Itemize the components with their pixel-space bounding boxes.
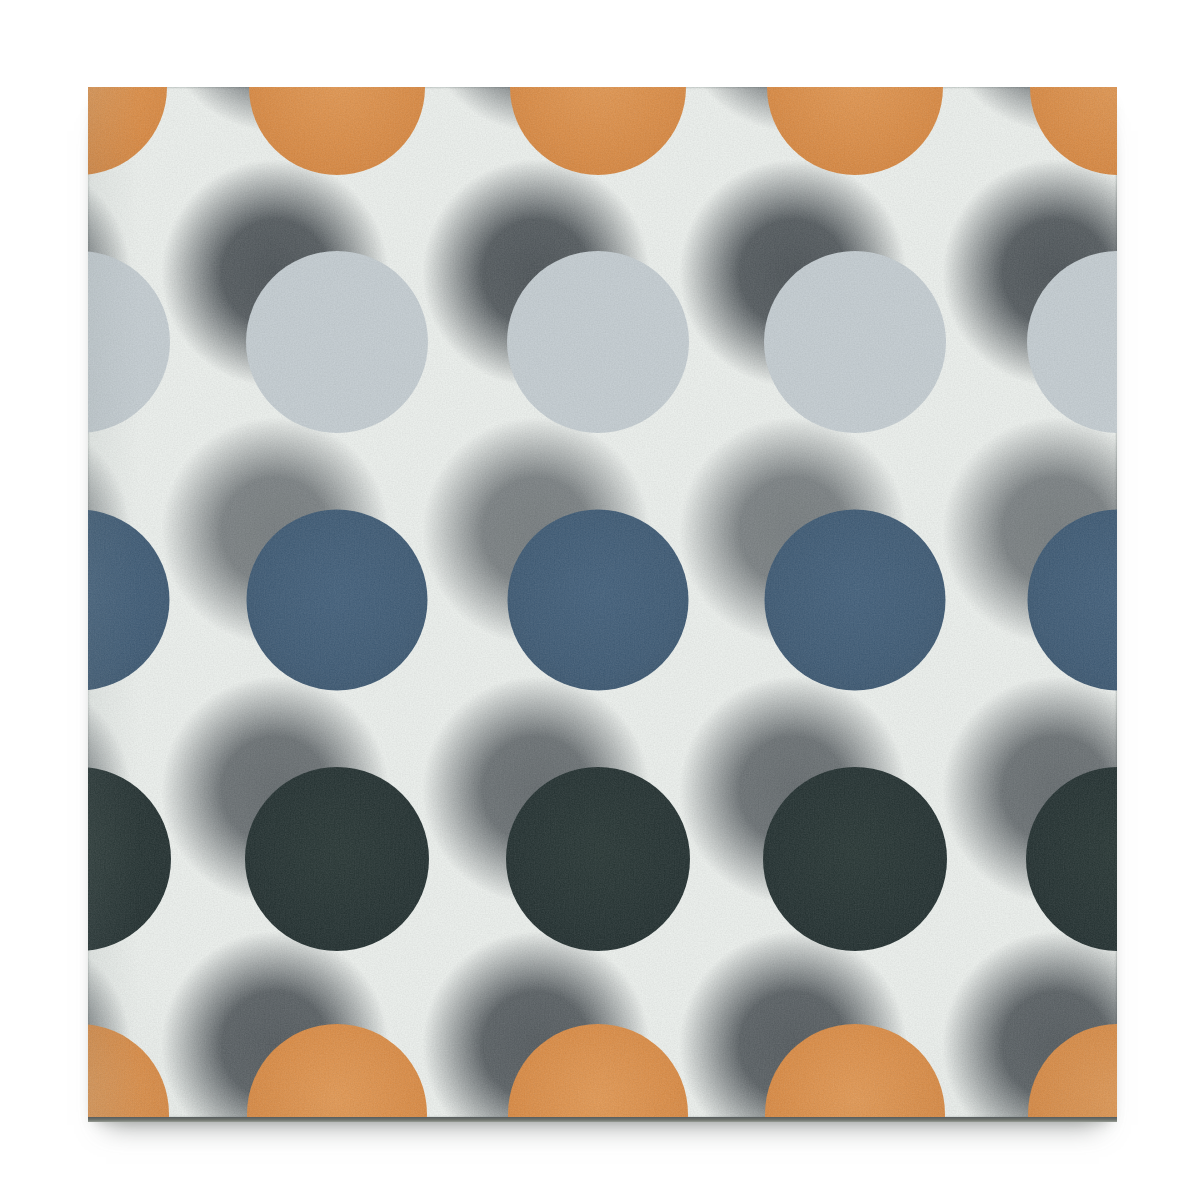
- dot-ink-r3-c2: [506, 767, 690, 951]
- dot-copper-r0-c3: [767, 87, 943, 175]
- dot-denim-r2-c1: [247, 510, 428, 691]
- dot-ink-r3-c0: [88, 767, 171, 951]
- dot-copper-r4-c1: [247, 1024, 427, 1117]
- cement-tile: [88, 87, 1117, 1117]
- dot-copper-r4-c4: [1028, 1024, 1117, 1117]
- dot-mist-r1-c1: [246, 251, 428, 433]
- dot-ink-r3-c4: [1026, 767, 1117, 951]
- dot-ink-r3-c3: [763, 767, 947, 951]
- tile-face: [88, 87, 1117, 1117]
- dot-denim-r2-c4: [1028, 510, 1118, 691]
- dot-mist-r1-c0: [88, 251, 170, 433]
- dot-ink-r3-c1: [245, 767, 429, 951]
- photo-stage: [0, 0, 1200, 1200]
- dot-mist-r1-c2: [507, 251, 689, 433]
- dot-copper-r4-c3: [765, 1024, 945, 1117]
- dot-denim-r2-c0: [88, 510, 170, 691]
- dot-mist-r1-c4: [1027, 251, 1117, 433]
- dot-copper-r4-c0: [88, 1024, 169, 1117]
- dot-mist-r1-c3: [764, 251, 946, 433]
- dot-copper-r4-c2: [508, 1024, 688, 1117]
- dot-denim-r2-c2: [508, 510, 689, 691]
- dot-denim-r2-c3: [765, 510, 946, 691]
- dot-copper-r0-c4: [1030, 87, 1117, 175]
- tile-bottom-edge: [88, 1117, 1117, 1122]
- dot-copper-r0-c0: [88, 87, 167, 175]
- dot-copper-r0-c1: [249, 87, 425, 175]
- dot-copper-r0-c2: [510, 87, 686, 175]
